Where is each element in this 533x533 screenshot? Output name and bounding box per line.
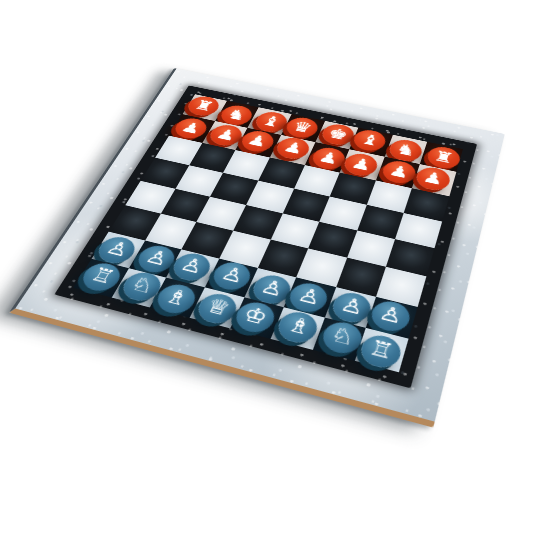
blue-pawn-glyph: ♙ <box>258 277 287 300</box>
chess-board: ♜♞♝♛♚♝♞♜♟♟♟♟♟♟♟♟♙♙♙♙♙♙♙♙♖♘♗♕♔♗♘♖ <box>9 68 505 428</box>
red-knight-glyph: ♞ <box>224 107 248 123</box>
red-rook-glyph: ♜ <box>432 148 455 166</box>
piece-red-bishop[interactable]: ♝ <box>351 128 389 154</box>
board-frame: ♜♞♝♛♚♝♞♜♟♟♟♟♟♟♟♟♙♙♙♙♙♙♙♙♖♘♗♕♔♗♘♖ <box>54 86 477 389</box>
red-bishop-glyph: ♝ <box>358 132 382 149</box>
blue-pawn-glyph: ♙ <box>142 247 171 269</box>
blue-pawn-glyph: ♙ <box>338 294 366 318</box>
blue-rook-glyph: ♖ <box>87 265 118 288</box>
blue-pawn-glyph: ♙ <box>376 303 404 327</box>
scene: ♜♞♝♛♚♝♞♜♟♟♟♟♟♟♟♟♙♙♙♙♙♙♙♙♖♘♗♕♔♗♘♖ <box>0 0 533 533</box>
blue-knight-glyph: ♘ <box>328 324 357 349</box>
red-pawn-glyph: ♟ <box>245 132 270 149</box>
blue-bishop-glyph: ♗ <box>161 286 191 310</box>
blue-king-glyph: ♔ <box>240 304 270 328</box>
board-grid: ♜♞♝♛♚♝♞♜♟♟♟♟♟♟♟♟♙♙♙♙♙♙♙♙♖♘♗♕♔♗♘♖ <box>73 94 462 372</box>
red-pawn-glyph: ♟ <box>349 155 373 173</box>
red-pawn-glyph: ♟ <box>387 163 411 181</box>
red-pawn-glyph: ♟ <box>316 149 341 167</box>
photo-canvas: ♜♞♝♛♚♝♞♜♟♟♟♟♟♟♟♟♙♙♙♙♙♙♙♙♖♘♗♕♔♗♘♖ <box>0 0 533 533</box>
red-knight-glyph: ♞ <box>394 141 418 158</box>
blue-knight-glyph: ♘ <box>127 274 157 297</box>
red-rook-glyph: ♜ <box>192 98 216 114</box>
red-king-glyph: ♚ <box>326 126 350 143</box>
red-pawn-glyph: ♟ <box>421 169 445 187</box>
red-pawn-glyph: ♟ <box>214 127 239 144</box>
red-queen-glyph: ♛ <box>290 119 314 135</box>
piece-blue-rook[interactable]: ♖ <box>357 332 404 372</box>
red-bishop-glyph: ♝ <box>259 113 283 129</box>
red-pawn-glyph: ♟ <box>179 120 204 136</box>
blue-pawn-glyph: ♙ <box>295 285 324 309</box>
red-pawn-glyph: ♟ <box>281 139 306 156</box>
blue-pawn-glyph: ♙ <box>218 264 247 287</box>
blue-rook-glyph: ♖ <box>366 337 395 363</box>
blue-bishop-glyph: ♗ <box>284 314 314 339</box>
blue-pawn-glyph: ♙ <box>177 255 206 277</box>
blue-pawn-glyph: ♙ <box>103 238 133 259</box>
blue-queen-glyph: ♕ <box>203 296 233 320</box>
